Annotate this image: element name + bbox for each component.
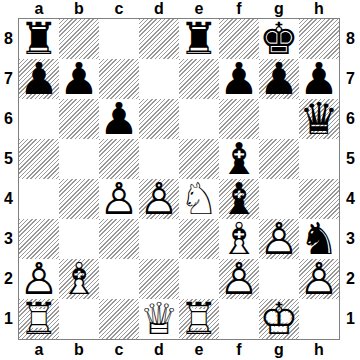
white-king-fill: ♚: [259, 299, 299, 339]
file-label-top-d: d: [139, 0, 179, 18]
square-d1[interactable]: ♛♕: [139, 299, 179, 339]
white-rook: ♖: [179, 299, 219, 339]
square-b8[interactable]: [59, 19, 99, 59]
chess-diagram: abcdefgh abcdefgh 87654321 87654321 ♜♜♚♟…: [0, 0, 360, 360]
square-f2[interactable]: ♟♙: [219, 259, 259, 299]
square-g2[interactable]: [259, 259, 299, 299]
square-a7[interactable]: ♟: [19, 59, 59, 99]
square-f7[interactable]: ♟: [219, 59, 259, 99]
square-g8[interactable]: ♚: [259, 19, 299, 59]
rank-label-right-7: 7: [341, 59, 360, 99]
square-f6[interactable]: [219, 99, 259, 139]
white-pawn-fill: ♟: [299, 259, 339, 299]
square-g4[interactable]: [259, 179, 299, 219]
rank-label-left-6: 6: [0, 99, 17, 139]
white-rook-fill: ♜: [19, 299, 59, 339]
square-h8[interactable]: [299, 19, 339, 59]
white-bishop-fill: ♝: [219, 219, 259, 259]
file-label-top-g: g: [259, 0, 299, 18]
square-g7[interactable]: ♟: [259, 59, 299, 99]
square-b1[interactable]: [59, 299, 99, 339]
file-label-top-h: h: [299, 0, 339, 18]
square-b5[interactable]: [59, 139, 99, 179]
square-f4[interactable]: ♝: [219, 179, 259, 219]
rank-label-right-8: 8: [341, 19, 360, 59]
white-pawn-fill: ♟: [19, 259, 59, 299]
square-e8[interactable]: ♜: [179, 19, 219, 59]
square-c6[interactable]: ♟: [99, 99, 139, 139]
chess-board: ♜♜♚♟♟♟♟♟♟♛♝♟♙♟♙♞♘♝♝♗♟♙♞♟♙♝♗♟♙♟♙♜♖♛♕♜♖♚♔: [18, 18, 340, 340]
rank-label-left-8: 8: [0, 19, 17, 59]
black-rook: ♜: [179, 19, 219, 59]
white-pawn: ♙: [19, 259, 59, 299]
white-knight-fill: ♞: [179, 179, 219, 219]
white-rook-fill: ♜: [179, 299, 219, 339]
square-c8[interactable]: [99, 19, 139, 59]
black-bishop: ♝: [219, 179, 259, 219]
file-label-bottom-e: e: [179, 339, 219, 360]
square-a8[interactable]: ♜: [19, 19, 59, 59]
square-h2[interactable]: ♟♙: [299, 259, 339, 299]
file-label-bottom-b: b: [59, 339, 99, 360]
square-e5[interactable]: [179, 139, 219, 179]
white-queen: ♕: [139, 299, 179, 339]
white-rook: ♖: [19, 299, 59, 339]
square-b7[interactable]: ♟: [59, 59, 99, 99]
file-label-top-b: b: [59, 0, 99, 18]
rank-label-left-1: 1: [0, 299, 17, 339]
square-g1[interactable]: ♚♔: [259, 299, 299, 339]
rank-label-right-4: 4: [341, 179, 360, 219]
file-label-bottom-d: d: [139, 339, 179, 360]
file-label-bottom-f: f: [219, 339, 259, 360]
white-pawn-fill: ♟: [139, 179, 179, 219]
black-pawn: ♟: [259, 59, 299, 99]
square-c5[interactable]: [99, 139, 139, 179]
square-d2[interactable]: [139, 259, 179, 299]
white-king: ♔: [259, 299, 299, 339]
square-e4[interactable]: ♞♘: [179, 179, 219, 219]
white-queen-fill: ♛: [139, 299, 179, 339]
black-pawn: ♟: [59, 59, 99, 99]
square-e2[interactable]: [179, 259, 219, 299]
black-pawn: ♟: [19, 59, 59, 99]
square-d3[interactable]: [139, 219, 179, 259]
rank-label-right-2: 2: [341, 259, 360, 299]
rank-label-left-2: 2: [0, 259, 17, 299]
square-d7[interactable]: [139, 59, 179, 99]
black-pawn: ♟: [99, 99, 139, 139]
square-f3[interactable]: ♝♗: [219, 219, 259, 259]
white-pawn: ♙: [259, 219, 299, 259]
square-e7[interactable]: [179, 59, 219, 99]
square-d5[interactable]: [139, 139, 179, 179]
rank-label-right-1: 1: [341, 299, 360, 339]
square-c1[interactable]: [99, 299, 139, 339]
rank-label-left-3: 3: [0, 219, 17, 259]
square-a5[interactable]: [19, 139, 59, 179]
square-d6[interactable]: [139, 99, 179, 139]
square-a6[interactable]: [19, 99, 59, 139]
rank-label-right-3: 3: [341, 219, 360, 259]
rank-label-left-7: 7: [0, 59, 17, 99]
white-pawn: ♙: [139, 179, 179, 219]
square-c2[interactable]: [99, 259, 139, 299]
file-label-bottom-a: a: [19, 339, 59, 360]
white-pawn-fill: ♟: [219, 259, 259, 299]
square-c7[interactable]: [99, 59, 139, 99]
square-b4[interactable]: [59, 179, 99, 219]
rank-label-right-5: 5: [341, 139, 360, 179]
square-a1[interactable]: ♜♖: [19, 299, 59, 339]
square-c4[interactable]: ♟♙: [99, 179, 139, 219]
square-a3[interactable]: [19, 219, 59, 259]
white-pawn: ♙: [99, 179, 139, 219]
square-h4[interactable]: [299, 179, 339, 219]
rank-label-left-4: 4: [0, 179, 17, 219]
white-bishop-fill: ♝: [59, 259, 99, 299]
white-knight: ♘: [179, 179, 219, 219]
file-label-top-c: c: [99, 0, 139, 18]
square-a4[interactable]: [19, 179, 59, 219]
square-g5[interactable]: [259, 139, 299, 179]
square-g6[interactable]: [259, 99, 299, 139]
file-label-top-e: e: [179, 0, 219, 18]
rank-label-left-5: 5: [0, 139, 17, 179]
white-pawn-fill: ♟: [99, 179, 139, 219]
white-bishop: ♗: [59, 259, 99, 299]
square-g3[interactable]: ♟♙: [259, 219, 299, 259]
file-label-bottom-c: c: [99, 339, 139, 360]
file-label-top-f: f: [219, 0, 259, 18]
square-e1[interactable]: ♜♖: [179, 299, 219, 339]
square-d4[interactable]: ♟♙: [139, 179, 179, 219]
white-pawn-fill: ♟: [259, 219, 299, 259]
black-pawn: ♟: [219, 59, 259, 99]
square-h5[interactable]: [299, 139, 339, 179]
square-f8[interactable]: [219, 19, 259, 59]
square-e6[interactable]: [179, 99, 219, 139]
square-h7[interactable]: ♟: [299, 59, 339, 99]
square-b6[interactable]: [59, 99, 99, 139]
square-b2[interactable]: ♝♗: [59, 259, 99, 299]
square-f1[interactable]: [219, 299, 259, 339]
white-pawn: ♙: [299, 259, 339, 299]
black-king: ♚: [259, 19, 299, 59]
square-e3[interactable]: [179, 219, 219, 259]
black-rook: ♜: [19, 19, 59, 59]
file-label-bottom-h: h: [299, 339, 339, 360]
white-pawn: ♙: [219, 259, 259, 299]
square-a2[interactable]: ♟♙: [19, 259, 59, 299]
black-queen: ♛: [299, 99, 339, 139]
file-label-top-a: a: [19, 0, 59, 18]
white-bishop: ♗: [219, 219, 259, 259]
square-c3[interactable]: [99, 219, 139, 259]
square-h1[interactable]: [299, 299, 339, 339]
black-bishop: ♝: [219, 139, 259, 179]
square-f5[interactable]: ♝: [219, 139, 259, 179]
rank-label-right-6: 6: [341, 99, 360, 139]
black-pawn: ♟: [299, 59, 339, 99]
square-b3[interactable]: [59, 219, 99, 259]
square-h3[interactable]: ♞: [299, 219, 339, 259]
file-label-bottom-g: g: [259, 339, 299, 360]
square-h6[interactable]: ♛: [299, 99, 339, 139]
square-d8[interactable]: [139, 19, 179, 59]
black-knight: ♞: [299, 219, 339, 259]
